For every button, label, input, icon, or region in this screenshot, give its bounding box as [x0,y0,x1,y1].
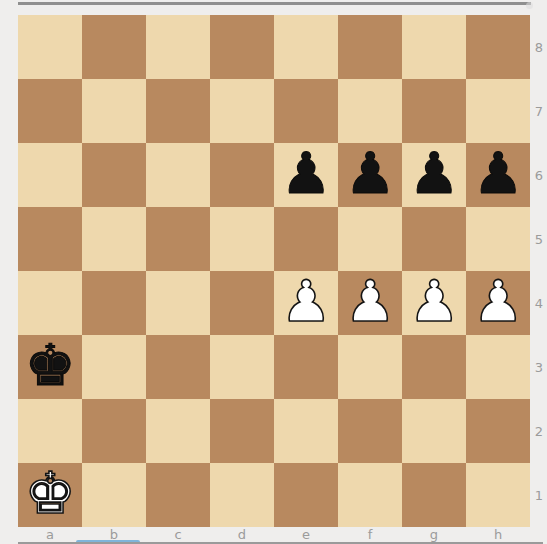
file-label-f: f [338,527,402,542]
square-d8[interactable] [210,15,274,79]
square-g5[interactable] [402,207,466,271]
square-d2[interactable] [210,399,274,463]
file-label-g: g [402,527,466,542]
square-b6[interactable] [82,143,146,207]
square-h8[interactable] [466,15,530,79]
file-label-d: d [210,527,274,542]
panel-top-border [18,2,531,5]
square-f8[interactable] [338,15,402,79]
square-h2[interactable] [466,399,530,463]
square-b4[interactable] [82,271,146,335]
rank-label-8: 8 [531,15,547,79]
square-e2[interactable] [274,399,338,463]
square-h5[interactable] [466,207,530,271]
rank-label-2: 2 [531,399,547,463]
square-d5[interactable] [210,207,274,271]
square-a8[interactable] [18,15,82,79]
black-king[interactable]: ♚ [24,337,75,394]
rank-label-7: 7 [531,79,547,143]
square-g4[interactable]: ♟ [402,271,466,335]
square-f7[interactable] [338,79,402,143]
square-d7[interactable] [210,79,274,143]
square-c2[interactable] [146,399,210,463]
square-e3[interactable] [274,335,338,399]
white-pawn[interactable]: ♟ [472,273,523,330]
square-b7[interactable] [82,79,146,143]
square-f1[interactable] [338,463,402,527]
file-label-e: e [274,527,338,542]
rank-label-6: 6 [531,143,547,207]
square-c3[interactable] [146,335,210,399]
top-border-end-dot [526,2,533,9]
rank-label-3: 3 [531,335,547,399]
square-b3[interactable] [82,335,146,399]
square-e4[interactable]: ♟ [274,271,338,335]
square-f5[interactable] [338,207,402,271]
square-b5[interactable] [82,207,146,271]
square-a1[interactable]: ♚ [18,463,82,527]
page: { "game": "chess", "position": "8/8/4ppp… [0,0,547,544]
square-a3[interactable]: ♚ [18,335,82,399]
square-c8[interactable] [146,15,210,79]
square-f2[interactable] [338,399,402,463]
square-h3[interactable] [466,335,530,399]
white-pawn[interactable]: ♟ [408,273,459,330]
rank-label-1: 1 [531,463,547,527]
square-g1[interactable] [402,463,466,527]
square-d1[interactable] [210,463,274,527]
square-h4[interactable]: ♟ [466,271,530,335]
square-c1[interactable] [146,463,210,527]
square-a5[interactable] [18,207,82,271]
square-h6[interactable]: ♟ [466,143,530,207]
black-pawn[interactable]: ♟ [408,145,459,202]
square-g3[interactable] [402,335,466,399]
square-f6[interactable]: ♟ [338,143,402,207]
chess-board: ♟♟♟♟♟♟♟♟♚♚ [18,15,530,527]
square-h7[interactable] [466,79,530,143]
square-e8[interactable] [274,15,338,79]
square-e7[interactable] [274,79,338,143]
black-pawn[interactable]: ♟ [344,145,395,202]
square-g7[interactable] [402,79,466,143]
square-g2[interactable] [402,399,466,463]
square-c4[interactable] [146,271,210,335]
square-a6[interactable] [18,143,82,207]
panel-bottom-border [18,542,543,544]
square-c7[interactable] [146,79,210,143]
square-c6[interactable] [146,143,210,207]
square-d4[interactable] [210,271,274,335]
square-a2[interactable] [18,399,82,463]
black-pawn[interactable]: ♟ [472,145,523,202]
rank-label-4: 4 [531,271,547,335]
square-h1[interactable] [466,463,530,527]
file-label-h: h [466,527,530,542]
square-f4[interactable]: ♟ [338,271,402,335]
square-f3[interactable] [338,335,402,399]
square-d3[interactable] [210,335,274,399]
square-b2[interactable] [82,399,146,463]
rank-label-5: 5 [531,207,547,271]
square-g8[interactable] [402,15,466,79]
square-a4[interactable] [18,271,82,335]
square-c5[interactable] [146,207,210,271]
file-label-a: a [18,527,82,542]
square-b1[interactable] [82,463,146,527]
white-king[interactable]: ♚ [24,465,75,522]
black-pawn[interactable]: ♟ [280,145,331,202]
white-pawn[interactable]: ♟ [344,273,395,330]
white-pawn[interactable]: ♟ [280,273,331,330]
rank-coordinate-labels: 87654321 [531,15,547,527]
square-g6[interactable]: ♟ [402,143,466,207]
square-e1[interactable] [274,463,338,527]
square-e6[interactable]: ♟ [274,143,338,207]
square-b8[interactable] [82,15,146,79]
square-d6[interactable] [210,143,274,207]
square-e5[interactable] [274,207,338,271]
file-label-c: c [146,527,210,542]
square-a7[interactable] [18,79,82,143]
